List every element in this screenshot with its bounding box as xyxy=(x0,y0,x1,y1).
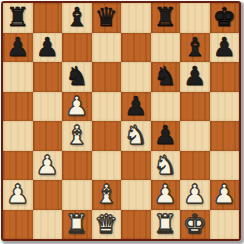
square-d7 xyxy=(92,33,122,63)
piece-white-king: ♚ xyxy=(183,210,206,240)
square-f6: ♞ xyxy=(151,62,181,92)
piece-black-pawn: ♟ xyxy=(213,33,236,63)
square-h3 xyxy=(210,151,240,181)
square-a8: ♜ xyxy=(3,3,33,33)
square-e7 xyxy=(121,33,151,63)
square-f8: ♜ xyxy=(151,3,181,33)
square-h8: ♚ xyxy=(210,3,240,33)
piece-black-pawn: ♟ xyxy=(36,33,59,63)
square-f3: ♞ xyxy=(151,151,181,181)
square-c3 xyxy=(62,151,92,181)
piece-white-pawn: ♟ xyxy=(213,180,236,210)
square-c6: ♞ xyxy=(62,62,92,92)
square-a2: ♟ xyxy=(3,180,33,210)
square-e6 xyxy=(121,62,151,92)
square-b8 xyxy=(33,3,63,33)
square-b2 xyxy=(33,180,63,210)
piece-black-bishop: ♝ xyxy=(65,3,88,33)
square-g5 xyxy=(180,92,210,122)
square-e5: ♟ xyxy=(121,92,151,122)
square-c2 xyxy=(62,180,92,210)
piece-white-pawn: ♟ xyxy=(154,180,177,210)
square-h6 xyxy=(210,62,240,92)
square-e2 xyxy=(121,180,151,210)
square-f5 xyxy=(151,92,181,122)
square-c8: ♝ xyxy=(62,3,92,33)
square-d6 xyxy=(92,62,122,92)
square-e3 xyxy=(121,151,151,181)
piece-white-bishop: ♝ xyxy=(95,180,118,210)
page: ♜♝♛♜♚♟♟♝♟♞♞♟♟♟♝♞♟♟♞♟♝♟♟♟♜♛♜♚ xyxy=(0,0,244,244)
square-b3: ♟ xyxy=(33,151,63,181)
square-a6 xyxy=(3,62,33,92)
square-a7: ♟ xyxy=(3,33,33,63)
square-d8: ♛ xyxy=(92,3,122,33)
square-g6: ♟ xyxy=(180,62,210,92)
piece-white-pawn: ♟ xyxy=(6,180,29,210)
chess-board: ♜♝♛♜♚♟♟♝♟♞♞♟♟♟♝♞♟♟♞♟♝♟♟♟♜♛♜♚ xyxy=(3,3,239,239)
square-f7 xyxy=(151,33,181,63)
square-f1: ♜ xyxy=(151,210,181,240)
square-d5 xyxy=(92,92,122,122)
piece-white-pawn: ♟ xyxy=(183,180,206,210)
square-b7: ♟ xyxy=(33,33,63,63)
square-e4: ♞ xyxy=(121,121,151,151)
square-b4 xyxy=(33,121,63,151)
square-h7: ♟ xyxy=(210,33,240,63)
square-a5 xyxy=(3,92,33,122)
square-c5: ♟ xyxy=(62,92,92,122)
piece-black-king: ♚ xyxy=(213,3,236,33)
square-b5 xyxy=(33,92,63,122)
piece-white-queen: ♛ xyxy=(95,210,118,240)
square-g8 xyxy=(180,3,210,33)
piece-black-rook: ♜ xyxy=(154,3,177,33)
chess-board-frame: ♜♝♛♜♚♟♟♝♟♞♞♟♟♟♝♞♟♟♞♟♝♟♟♟♜♛♜♚ xyxy=(1,1,241,241)
square-a4 xyxy=(3,121,33,151)
square-h5 xyxy=(210,92,240,122)
piece-black-pawn: ♟ xyxy=(183,62,206,92)
square-b6 xyxy=(33,62,63,92)
square-a1 xyxy=(3,210,33,240)
piece-white-rook: ♜ xyxy=(154,210,177,240)
square-a3 xyxy=(3,151,33,181)
piece-black-bishop: ♝ xyxy=(183,33,206,63)
square-d3 xyxy=(92,151,122,181)
piece-white-pawn: ♟ xyxy=(65,92,88,122)
square-e8 xyxy=(121,3,151,33)
piece-black-knight: ♞ xyxy=(154,62,177,92)
square-e1 xyxy=(121,210,151,240)
square-g7: ♝ xyxy=(180,33,210,63)
square-d4 xyxy=(92,121,122,151)
piece-black-pawn: ♟ xyxy=(154,121,177,151)
piece-black-rook: ♜ xyxy=(6,3,29,33)
square-b1 xyxy=(33,210,63,240)
square-g3 xyxy=(180,151,210,181)
square-d1: ♛ xyxy=(92,210,122,240)
piece-white-rook: ♜ xyxy=(65,210,88,240)
square-h4 xyxy=(210,121,240,151)
square-d2: ♝ xyxy=(92,180,122,210)
square-h1 xyxy=(210,210,240,240)
piece-white-pawn: ♟ xyxy=(36,151,59,181)
piece-black-pawn: ♟ xyxy=(124,92,147,122)
square-h2: ♟ xyxy=(210,180,240,210)
square-g4 xyxy=(180,121,210,151)
square-g1: ♚ xyxy=(180,210,210,240)
piece-white-knight: ♞ xyxy=(154,151,177,181)
square-c7 xyxy=(62,33,92,63)
square-c1: ♜ xyxy=(62,210,92,240)
piece-white-knight: ♞ xyxy=(124,121,147,151)
square-g2: ♟ xyxy=(180,180,210,210)
square-f4: ♟ xyxy=(151,121,181,151)
square-f2: ♟ xyxy=(151,180,181,210)
piece-white-bishop: ♝ xyxy=(65,121,88,151)
square-c4: ♝ xyxy=(62,121,92,151)
piece-black-pawn: ♟ xyxy=(6,33,29,63)
piece-black-knight: ♞ xyxy=(65,62,88,92)
piece-black-queen: ♛ xyxy=(95,3,118,33)
